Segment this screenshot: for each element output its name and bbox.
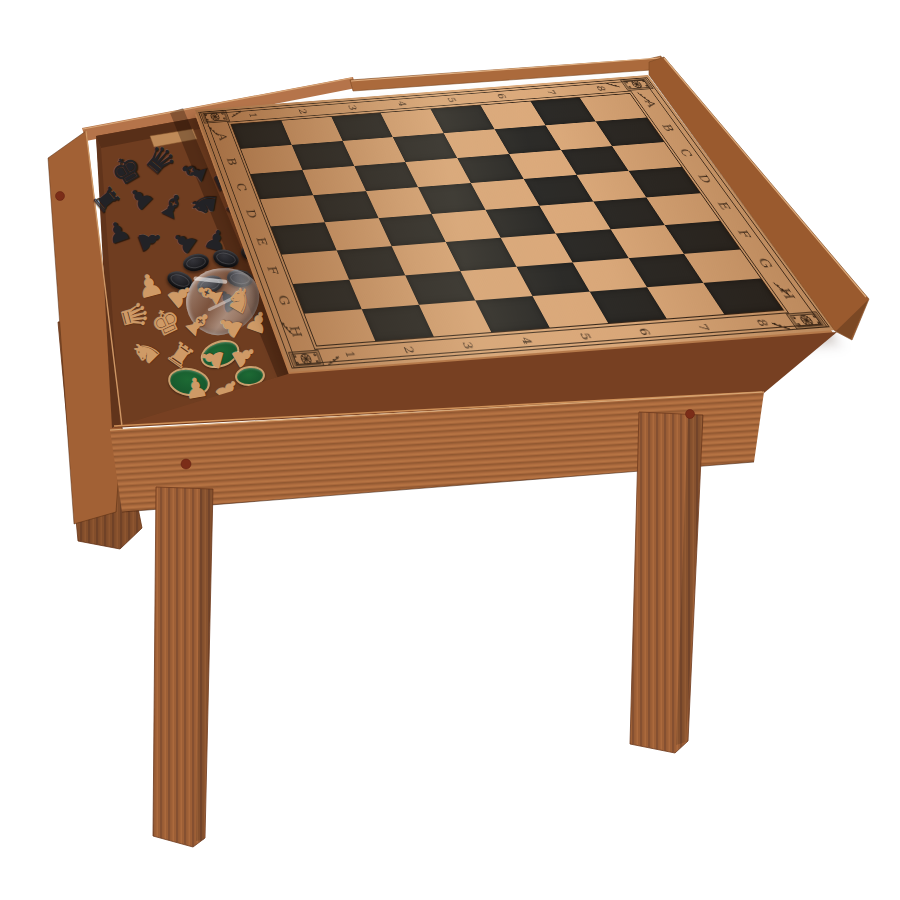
table-frame-overlay [0,0,900,900]
board-right-rail [649,57,869,340]
product-photo-chess-table: ♚♛♝♞♜♟♝♞♜♟♟♟♟♟♟♟♝♞♛♚♝♟♟♞♜♟♟♟♟ [0,0,900,900]
dowel-peg [56,192,65,201]
dowel-peg [686,410,695,419]
dowel-peg [181,459,191,469]
